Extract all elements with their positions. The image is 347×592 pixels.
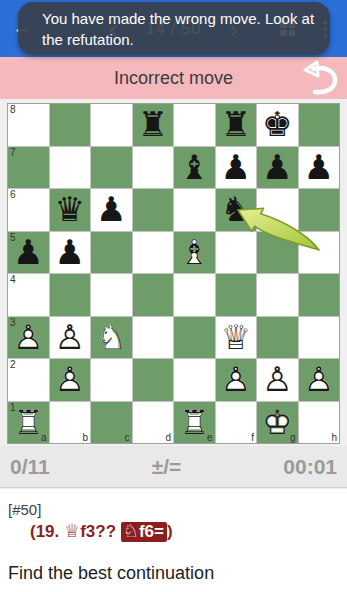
square-e1[interactable]: ♜♖e	[174, 402, 215, 444]
task-prompt: Find the best continuation	[8, 563, 214, 584]
evaluation-indicator: ±/=	[152, 455, 182, 479]
square-d2[interactable]	[133, 359, 174, 401]
analysis-panel: [#50] (19. ♕f3?? ♘f6=) Find the best con…	[0, 489, 347, 592]
square-b2[interactable]: ♟♙	[50, 359, 91, 401]
square-c4[interactable]	[91, 274, 132, 316]
square-d6[interactable]	[133, 189, 174, 231]
rank-label-7: 7	[10, 147, 16, 158]
file-label-h: h	[331, 432, 337, 443]
rank-label-1: 1	[10, 402, 16, 413]
result-banner: Incorrect move	[0, 57, 347, 99]
black-piece-g8: ♚	[257, 104, 298, 146]
white-piece-outline-f2: ♙	[216, 359, 257, 401]
square-b3[interactable]: ♟♙	[50, 317, 91, 359]
square-a4[interactable]: 4	[8, 274, 49, 316]
white-piece-outline-f3: ♕	[216, 317, 257, 359]
square-g6[interactable]	[257, 189, 298, 231]
square-h8[interactable]	[299, 104, 340, 146]
white-piece-outline-b2: ♙	[50, 359, 91, 401]
square-f7[interactable]: ♟	[216, 147, 257, 189]
square-d1[interactable]: d	[133, 402, 174, 444]
file-label-f: f	[251, 432, 254, 443]
square-b4[interactable]	[50, 274, 91, 316]
line-suffix: )	[167, 522, 173, 541]
square-b7[interactable]	[50, 147, 91, 189]
white-piece-g2: ♟	[257, 359, 298, 401]
square-e5[interactable]: ♝♗	[174, 232, 215, 274]
rank-label-6: 6	[10, 189, 16, 200]
black-piece-f8: ♜	[216, 104, 257, 146]
square-c2[interactable]	[91, 359, 132, 401]
white-piece-h2: ♟	[299, 359, 340, 401]
white-piece-f3: ♛	[216, 317, 257, 359]
square-f2[interactable]: ♟♙	[216, 359, 257, 401]
square-e3[interactable]	[174, 317, 215, 359]
square-e2[interactable]	[174, 359, 215, 401]
line-prefix: (19.	[30, 522, 64, 541]
white-piece-outline-g2: ♙	[257, 359, 298, 401]
square-d7[interactable]	[133, 147, 174, 189]
square-d3[interactable]	[133, 317, 174, 359]
result-banner-label: Incorrect move	[114, 68, 233, 89]
current-move-highlight[interactable]: ♘f6=	[121, 522, 167, 542]
square-h4[interactable]	[299, 274, 340, 316]
white-queen-icon: ♕	[64, 520, 80, 541]
square-c5[interactable]	[91, 232, 132, 274]
white-piece-outline-c3: ♘	[91, 317, 132, 359]
status-bar: 0/11 ±/= 00:01	[0, 446, 347, 488]
white-piece-outline-h2: ♙	[299, 359, 340, 401]
square-c6[interactable]: ♟	[91, 189, 132, 231]
black-move-text: f6=	[139, 522, 164, 541]
file-label-a: a	[41, 432, 47, 443]
black-piece-e7: ♝	[174, 147, 215, 189]
undo-move-icon[interactable]	[299, 60, 341, 100]
toast-message: You have made the wrong move. Look at th…	[18, 2, 330, 55]
rank-label-3: 3	[10, 317, 16, 328]
file-label-b: b	[82, 432, 88, 443]
square-h1[interactable]: h	[299, 402, 340, 444]
black-knight-icon: ♘	[123, 520, 139, 541]
file-label-g: g	[290, 432, 296, 443]
rank-label-5: 5	[10, 232, 16, 243]
square-b1[interactable]: b	[50, 402, 91, 444]
square-h2[interactable]: ♟♙	[299, 359, 340, 401]
white-move-text: f3??	[80, 522, 121, 541]
square-e8[interactable]	[174, 104, 215, 146]
refutation-line: (19. ♕f3?? ♘f6=)	[30, 520, 173, 542]
square-g2[interactable]: ♟♙	[257, 359, 298, 401]
square-d4[interactable]	[133, 274, 174, 316]
square-h3[interactable]	[299, 317, 340, 359]
black-piece-f7: ♟	[216, 147, 257, 189]
square-d5[interactable]	[133, 232, 174, 274]
white-piece-e5: ♝	[174, 232, 215, 274]
square-g3[interactable]	[257, 317, 298, 359]
white-piece-c3: ♞	[91, 317, 132, 359]
file-label-e: e	[207, 432, 213, 443]
rank-label-8: 8	[10, 104, 16, 115]
square-g1[interactable]: ♚♔g	[257, 402, 298, 444]
square-g5[interactable]	[257, 232, 298, 274]
white-piece-b3: ♟	[50, 317, 91, 359]
white-piece-b2: ♟	[50, 359, 91, 401]
square-b5[interactable]: ♟	[50, 232, 91, 274]
black-piece-b5: ♟	[50, 232, 91, 274]
rank-label-2: 2	[10, 359, 16, 370]
square-g4[interactable]	[257, 274, 298, 316]
square-a2[interactable]: 2	[8, 359, 49, 401]
white-piece-f2: ♟	[216, 359, 257, 401]
square-f8[interactable]: ♜	[216, 104, 257, 146]
square-c3[interactable]: ♞♘	[91, 317, 132, 359]
square-f6[interactable]: ♞	[216, 189, 257, 231]
square-c7[interactable]	[91, 147, 132, 189]
rank-label-4: 4	[10, 274, 16, 285]
square-g7[interactable]: ♟	[257, 147, 298, 189]
white-piece-outline-e5: ♗	[174, 232, 215, 274]
square-h6[interactable]	[299, 189, 340, 231]
square-h5[interactable]	[299, 232, 340, 274]
square-f4[interactable]	[216, 274, 257, 316]
black-piece-c6: ♟	[91, 189, 132, 231]
square-f3[interactable]: ♛♕	[216, 317, 257, 359]
square-e6[interactable]	[174, 189, 215, 231]
score-counter: 0/11	[10, 455, 50, 479]
black-piece-h7: ♟	[299, 147, 340, 189]
square-a6[interactable]: 6	[8, 189, 49, 231]
problem-number: [#50]	[8, 501, 41, 518]
square-d8[interactable]: ♜	[133, 104, 174, 146]
square-a1[interactable]: ♜♖1a	[8, 402, 49, 444]
square-e7[interactable]: ♝	[174, 147, 215, 189]
square-c1[interactable]: c	[91, 402, 132, 444]
black-piece-f6: ♞	[216, 189, 257, 231]
black-piece-b6: ♛	[50, 189, 91, 231]
square-a8[interactable]: 8	[8, 104, 49, 146]
square-g8[interactable]: ♚	[257, 104, 298, 146]
square-b6[interactable]: ♛	[50, 189, 91, 231]
file-label-d: d	[165, 432, 171, 443]
timer: 00:01	[283, 455, 337, 479]
file-label-c: c	[125, 432, 130, 443]
square-f1[interactable]: f	[216, 402, 257, 444]
black-piece-g7: ♟	[257, 147, 298, 189]
square-a5[interactable]: ♟5	[8, 232, 49, 274]
chess-board: 8♜♜♚7♝♟♟♟6♛♟♞♟5♟♝♗4♟♙3♟♙♞♘♛♕2♟♙♟♙♟♙♟♙♜♖1…	[7, 103, 340, 444]
square-a3[interactable]: ♟♙3	[8, 317, 49, 359]
black-piece-d8: ♜	[133, 104, 174, 146]
square-a7[interactable]: 7	[8, 147, 49, 189]
square-e4[interactable]	[174, 274, 215, 316]
square-b8[interactable]	[50, 104, 91, 146]
square-c8[interactable]	[91, 104, 132, 146]
white-piece-outline-b3: ♙	[50, 317, 91, 359]
square-h7[interactable]: ♟	[299, 147, 340, 189]
square-f5[interactable]	[216, 232, 257, 274]
